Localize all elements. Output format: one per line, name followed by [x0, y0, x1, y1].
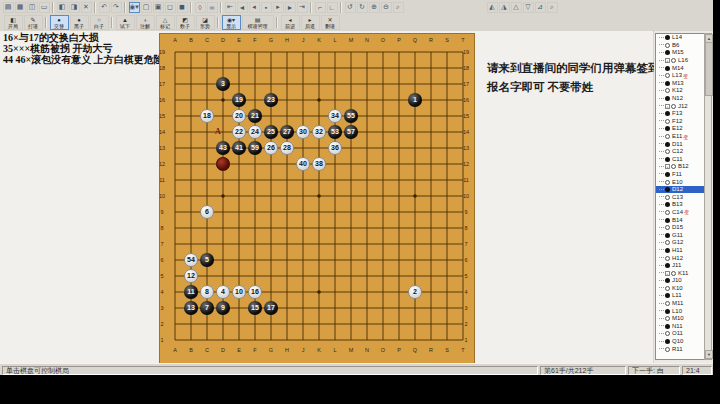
- stone-F14[interactable]: 24: [248, 125, 261, 138]
- find-icon[interactable]: ⌕: [393, 2, 404, 13]
- go-software-window: ▤▦◫▭◧◨✕↶↷◉▾▢▣◻◼◊∞⇤◄◂▪▸►⇥⌐∟↺↻⊕⊖⌕◭◮△▽⊿⌕ ◧开…: [0, 0, 713, 375]
- tool-b-icon[interactable]: ◮: [499, 2, 510, 13]
- coord-top: A: [170, 37, 180, 44]
- tree-row-F11[interactable]: F11: [656, 171, 705, 179]
- coord-bottom: C: [202, 347, 212, 354]
- paste-icon[interactable]: ◨: [69, 2, 80, 13]
- tree-move-label: J12: [678, 103, 688, 110]
- white-stone-icon: [665, 316, 670, 321]
- tree-move-label: C11: [672, 156, 683, 163]
- tree-row-E10[interactable]: E10: [656, 178, 705, 186]
- tree-line: [659, 333, 664, 335]
- corner-a-icon[interactable]: ⌐: [315, 2, 326, 13]
- tree-move-label: G11: [672, 232, 683, 239]
- stone-E16[interactable]: 19: [232, 93, 245, 106]
- move-tree-panel: L14B6M15+L16M14L13变M13K12N12+J12F13F12E1…: [654, 31, 713, 363]
- kifu-manager-button[interactable]: ▤棋谱管理: [242, 15, 274, 30]
- coord-bottom: M: [346, 347, 356, 354]
- display-button[interactable]: ◉▾显示: [222, 15, 241, 30]
- tree-line: [659, 310, 664, 312]
- board-label-A: A: [215, 127, 221, 136]
- move-tree-list[interactable]: L14B6M15+L16M14L13变M13K12N12+J12F13F12E1…: [655, 33, 706, 360]
- coord-right: 8: [461, 225, 471, 232]
- stone-E14[interactable]: 22: [232, 125, 245, 138]
- coord-top: Q: [410, 37, 420, 44]
- coord-right: 6: [461, 257, 471, 264]
- tree-line: [659, 105, 664, 107]
- tree-line: [659, 136, 664, 138]
- coord-left: 5: [157, 273, 167, 280]
- letterbox-bottom: [0, 375, 720, 404]
- coord-top: O: [378, 37, 388, 44]
- tree-row-F12[interactable]: F12: [656, 118, 705, 126]
- forward-icon[interactable]: ▸: [273, 2, 284, 13]
- coord-right: 5: [461, 273, 471, 280]
- tree-row-M10[interactable]: M10: [656, 315, 705, 323]
- tree-row-M14[interactable]: M14: [656, 64, 705, 72]
- tree-row-D12[interactable]: D12: [656, 186, 705, 194]
- tree-row-M13[interactable]: M13: [656, 80, 705, 88]
- tree-move-label: C14: [672, 209, 683, 216]
- tree-line: [659, 143, 664, 145]
- tree-row-D11[interactable]: D11: [656, 140, 705, 148]
- status-segment-1: 第61手/共212手: [540, 366, 626, 375]
- coord-top: M: [346, 37, 356, 44]
- tree-move-label: B13: [672, 201, 683, 208]
- status-segment-3: 21:4: [682, 366, 712, 375]
- stone-E4[interactable]: 10: [232, 285, 245, 298]
- tree-row-Q10[interactable]: Q10: [656, 338, 705, 346]
- stone-G13[interactable]: 26: [264, 141, 277, 154]
- tree-move-label: C13: [672, 194, 683, 201]
- stone-Q4[interactable]: 2: [408, 285, 421, 298]
- tool-d-icon[interactable]: ▽: [523, 2, 534, 13]
- tree-row-C11[interactable]: C11: [656, 156, 705, 164]
- black-stone-icon: [665, 172, 670, 177]
- stone-L13[interactable]: 36: [328, 141, 341, 154]
- tree-row-K10[interactable]: K10: [656, 285, 705, 293]
- lock-icon[interactable]: ◊: [195, 2, 206, 13]
- tree-move-label: H11: [672, 247, 683, 254]
- toolbar-small: ▤▦◫▭◧◨✕↶↷◉▾▢▣◻◼◊∞⇤◄◂▪▸►⇥⌐∟↺↻⊕⊖⌕◭◮△▽⊿⌕: [0, 0, 715, 15]
- coord-left: 10: [157, 193, 167, 200]
- tree-row-L10[interactable]: L10: [656, 307, 705, 315]
- try-move-button[interactable]: ▲试下: [116, 15, 135, 30]
- tree-row-J10[interactable]: J10: [656, 277, 705, 285]
- coord-top: P: [394, 37, 404, 44]
- rotate-right-icon[interactable]: ↻: [357, 2, 368, 13]
- box-c-icon[interactable]: ◻: [165, 2, 176, 13]
- stone-E15[interactable]: 20: [232, 109, 245, 122]
- white-stone-icon: [665, 88, 670, 93]
- tree-line: [659, 151, 664, 153]
- stone-B6[interactable]: 54: [184, 253, 197, 266]
- coord-left: 17: [157, 81, 167, 88]
- coord-bottom: N: [362, 347, 372, 354]
- tree-move-label: L10: [672, 308, 682, 315]
- tree-row-K11[interactable]: +K11: [656, 269, 705, 277]
- tree-line: [659, 37, 664, 39]
- tree-line: [659, 318, 664, 320]
- tree-row-C13[interactable]: C13: [656, 193, 705, 201]
- button-label: 标记: [160, 23, 170, 29]
- button-label: 数子: [180, 23, 190, 29]
- tree-row-R11[interactable]: R11: [656, 345, 705, 353]
- link-icon[interactable]: ∞: [207, 2, 218, 13]
- stone-D12[interactable]: [216, 157, 229, 170]
- coord-bottom: A: [170, 347, 180, 354]
- white-stone-icon: [665, 347, 670, 352]
- tree-line: [659, 265, 664, 267]
- tree-line: [659, 166, 664, 168]
- tree-row-J12[interactable]: +J12: [656, 102, 705, 110]
- coord-bottom: J: [298, 347, 308, 354]
- tree-line: [659, 249, 664, 251]
- tree-line: [659, 242, 664, 244]
- coord-top: R: [426, 37, 436, 44]
- coord-bottom: Q: [410, 347, 420, 354]
- tool-c-icon[interactable]: △: [511, 2, 522, 13]
- tree-scrollbar[interactable]: ▲ ▼: [704, 33, 712, 360]
- coord-right: 9: [461, 209, 471, 216]
- alternate-button[interactable]: ●交替: [50, 15, 69, 30]
- tree-row-G11[interactable]: G11: [656, 231, 705, 239]
- stone-L15[interactable]: 34: [328, 109, 341, 122]
- mark-button[interactable]: △标记: [156, 15, 175, 30]
- print-icon[interactable]: ▭: [39, 2, 50, 13]
- tree-row-B12[interactable]: +B12: [656, 163, 705, 171]
- zoom-out-icon[interactable]: ⊖: [381, 2, 392, 13]
- black-stone-icon: [665, 81, 670, 86]
- tree-row-L14[interactable]: L14: [656, 34, 705, 42]
- toolbar-separator: [217, 17, 219, 28]
- coord-right: 15: [461, 113, 471, 120]
- scroll-thumb[interactable]: [705, 42, 713, 96]
- box-a-icon[interactable]: ▢: [141, 2, 152, 13]
- tree-row-L16[interactable]: +L16: [656, 57, 705, 65]
- delete-kifu-button[interactable]: ✕删谱: [321, 15, 340, 30]
- coord-left: 19: [157, 49, 167, 56]
- forward10-icon[interactable]: ►: [285, 2, 296, 13]
- tree-line: [659, 234, 664, 236]
- white-stone-icon: [665, 301, 670, 306]
- copy-icon[interactable]: ◧: [57, 2, 68, 13]
- go-board[interactable]: AABBCCDDEEFFGGHHJJKKLLMMNNOOPPQQRRSSTT19…: [160, 34, 474, 364]
- tree-row-H11[interactable]: H11: [656, 247, 705, 255]
- coord-left: 13: [157, 145, 167, 152]
- button-label: 白子: [94, 23, 104, 29]
- open-icon[interactable]: ▦: [15, 2, 26, 13]
- coord-right: 1: [461, 337, 471, 344]
- tree-line: [659, 280, 664, 282]
- coord-bottom: F: [250, 347, 260, 354]
- tree-line: [659, 295, 664, 297]
- stop-icon[interactable]: ▪: [261, 2, 272, 13]
- tree-line: [659, 325, 664, 327]
- tree-line: [659, 67, 664, 69]
- button-label: 开局: [8, 23, 18, 29]
- first-move-icon[interactable]: ⇤: [225, 2, 236, 13]
- coord-right: 2: [461, 321, 471, 328]
- toolbar-separator: [52, 2, 54, 13]
- tree-move-label: M10: [672, 315, 684, 322]
- stone-F13[interactable]: 59: [248, 141, 261, 154]
- step-back-button[interactable]: ▸后退: [301, 15, 320, 30]
- tree-line: [659, 348, 664, 350]
- tree-line: [659, 287, 664, 289]
- stone-D17[interactable]: 3: [216, 77, 229, 90]
- coord-right: 11: [461, 177, 471, 184]
- coord-right: 4: [461, 289, 471, 296]
- comment-button[interactable]: ＋注解: [136, 15, 155, 30]
- stone-B5[interactable]: 12: [184, 269, 197, 282]
- tree-line: [659, 196, 664, 198]
- stone-C3[interactable]: 7: [200, 301, 213, 314]
- tree-row-B14[interactable]: B14: [656, 216, 705, 224]
- button-label: 后退: [305, 23, 315, 29]
- coord-bottom: H: [282, 347, 292, 354]
- coord-left: 15: [157, 113, 167, 120]
- stone-L14[interactable]: 53: [328, 125, 341, 138]
- coord-left: 14: [157, 129, 167, 136]
- new-icon[interactable]: ▤: [3, 2, 14, 13]
- white-stone-button[interactable]: ○白子: [90, 15, 109, 30]
- coord-right: 13: [461, 145, 471, 152]
- button-label: 注解: [140, 23, 150, 29]
- tool-f-icon[interactable]: ⌕: [547, 2, 558, 13]
- coord-left: 9: [157, 209, 167, 216]
- tool-e-icon[interactable]: ⊿: [535, 2, 546, 13]
- toolbar-separator: [190, 2, 192, 13]
- stone-F4[interactable]: 16: [248, 285, 261, 298]
- stone-H13[interactable]: 28: [280, 141, 293, 154]
- rotate-left-icon[interactable]: ↺: [345, 2, 356, 13]
- tree-row-D15[interactable]: D15: [656, 224, 705, 232]
- tree-move-label: B14: [672, 217, 683, 224]
- redo-icon[interactable]: ↷: [111, 2, 122, 13]
- tree-line: [659, 204, 664, 206]
- tree-line: [659, 227, 664, 229]
- tree-line: [659, 120, 664, 122]
- tree-line: [659, 44, 664, 46]
- black-stone-icon: [665, 126, 670, 131]
- stone-E13[interactable]: 41: [232, 141, 245, 154]
- stone-B3[interactable]: 13: [184, 301, 197, 314]
- tree-row-N11[interactable]: N11: [656, 323, 705, 331]
- coord-left: 11: [157, 177, 167, 184]
- black-stone-icon: [665, 202, 670, 207]
- tree-move-label: F12: [672, 118, 682, 125]
- stone-D4[interactable]: 4: [216, 285, 229, 298]
- tree-move-label: E11: [672, 133, 682, 140]
- box-d-icon[interactable]: ◼: [177, 2, 188, 13]
- tree-row-J11[interactable]: J11: [656, 262, 705, 270]
- stone-D13[interactable]: 43: [216, 141, 229, 154]
- annotation-line-1: 16×与17的交换白大损: [3, 32, 175, 43]
- coord-top: B: [186, 37, 196, 44]
- black-stone-icon: [665, 50, 670, 55]
- tree-row-O11[interactable]: O11: [656, 330, 705, 338]
- coord-top: F: [250, 37, 260, 44]
- estimate-button[interactable]: ◪形势: [196, 15, 215, 30]
- coord-right: 19: [461, 49, 471, 56]
- tree-move-label: B6: [672, 42, 679, 49]
- white-stone-icon: [671, 58, 676, 63]
- stone-G3[interactable]: 17: [264, 301, 277, 314]
- tree-move-label: F11: [672, 171, 682, 178]
- coord-left: 6: [157, 257, 167, 264]
- tree-row-F13[interactable]: F13: [656, 110, 705, 118]
- coord-top: S: [442, 37, 452, 44]
- tool-a-icon[interactable]: ◭: [487, 2, 498, 13]
- coord-right: 18: [461, 65, 471, 72]
- tree-move-label: L14: [672, 34, 682, 41]
- stone-Q16[interactable]: 1: [408, 93, 421, 106]
- tree-row-L11[interactable]: L11: [656, 292, 705, 300]
- save-icon[interactable]: ◫: [27, 2, 38, 13]
- back10-icon[interactable]: ◄: [237, 2, 248, 13]
- tree-expand-icon[interactable]: +: [665, 271, 670, 276]
- tree-row-C14[interactable]: C14变: [656, 209, 705, 217]
- tree-expand-icon[interactable]: +: [665, 164, 670, 169]
- corner-b-icon[interactable]: ∟: [327, 2, 338, 13]
- annotation-line-3: 44 46×滚包没有意义 上方白棋更危险: [3, 54, 175, 65]
- tree-row-M15[interactable]: M15: [656, 49, 705, 57]
- tree-move-label: L13: [672, 72, 682, 79]
- tree-move-label: D11: [672, 141, 683, 148]
- count-button[interactable]: ◩数子: [176, 15, 195, 30]
- tree-row-G12[interactable]: G12: [656, 239, 705, 247]
- toolbar-separator: [340, 2, 342, 13]
- tree-line: [659, 75, 664, 77]
- box-b-icon[interactable]: ▣: [153, 2, 164, 13]
- black-stone-icon: [665, 96, 670, 101]
- scroll-down-icon[interactable]: ▼: [705, 350, 713, 359]
- coord-left: 1: [157, 337, 167, 344]
- button-label: 交替: [54, 23, 64, 29]
- coord-bottom: S: [442, 347, 452, 354]
- back-icon[interactable]: ◂: [249, 2, 260, 13]
- status-left-text: 单击棋盘可控制棋局: [2, 366, 538, 375]
- tree-move-label: Q10: [672, 338, 683, 345]
- tree-row-L13[interactable]: L13变: [656, 72, 705, 80]
- stone-H14[interactable]: 27: [280, 125, 293, 138]
- tree-row-E11[interactable]: E11变: [656, 133, 705, 141]
- white-stone-icon: [665, 43, 670, 48]
- coord-top: J: [298, 37, 308, 44]
- tree-note: 变: [683, 134, 688, 140]
- black-stone-icon: [665, 309, 670, 314]
- stone-B4[interactable]: 11: [184, 285, 197, 298]
- undo-icon[interactable]: ↶: [99, 2, 110, 13]
- white-stone-icon: [665, 225, 670, 230]
- last-move-icon[interactable]: ⇥: [297, 2, 308, 13]
- white-stone-icon: [665, 210, 670, 215]
- tree-line: [659, 173, 664, 175]
- tree-line: [659, 219, 664, 221]
- stone-G16[interactable]: 23: [264, 93, 277, 106]
- black-stone-button[interactable]: ●黑子: [70, 15, 89, 30]
- tree-expand-icon[interactable]: +: [665, 104, 670, 109]
- tree-row-K12[interactable]: K12: [656, 87, 705, 95]
- stone-K12[interactable]: 38: [312, 157, 325, 170]
- black-stone-icon: [665, 339, 670, 344]
- step-forward-button[interactable]: ◂前进: [281, 15, 300, 30]
- stone-C15[interactable]: 18: [200, 109, 213, 122]
- coord-left: 18: [157, 65, 167, 72]
- tree-expand-icon[interactable]: +: [665, 58, 670, 63]
- stone-mode-icon[interactable]: ◉▾: [129, 2, 140, 13]
- button-label: 打谱: [28, 23, 38, 29]
- tree-row-N12[interactable]: N12: [656, 95, 705, 103]
- tree-line: [659, 189, 664, 191]
- coord-right: 14: [461, 129, 471, 136]
- coord-right: 10: [461, 193, 471, 200]
- record-button[interactable]: ✎打谱: [24, 15, 43, 30]
- stone-M14[interactable]: 57: [344, 125, 357, 138]
- white-stone-icon: [665, 331, 670, 336]
- delete-icon[interactable]: ✕: [81, 2, 92, 13]
- white-stone-icon: [665, 119, 670, 124]
- coord-top: N: [362, 37, 372, 44]
- stone-F15[interactable]: 21: [248, 109, 261, 122]
- tree-line: [659, 82, 664, 84]
- tree-move-label: K12: [672, 87, 683, 94]
- coord-bottom: G: [266, 347, 276, 354]
- coord-right: 7: [461, 241, 471, 248]
- coord-right: 17: [461, 81, 471, 88]
- stone-C4[interactable]: 8: [200, 285, 213, 298]
- tree-move-label: M11: [672, 300, 683, 307]
- open-game-button[interactable]: ◧开局: [4, 15, 23, 30]
- tree-line: [659, 98, 664, 100]
- stone-K14[interactable]: 32: [312, 125, 325, 138]
- tree-move-label: K10: [672, 285, 683, 292]
- black-stone-icon: [665, 263, 670, 268]
- button-label: 试下: [120, 23, 130, 29]
- coord-top: C: [202, 37, 212, 44]
- stone-D3[interactable]: 9: [216, 301, 229, 314]
- tree-row-H12[interactable]: H12: [656, 254, 705, 262]
- tree-move-label: M14: [672, 65, 684, 72]
- tree-move-label: E10: [672, 179, 683, 186]
- tree-note: 变: [684, 209, 689, 215]
- white-stone-icon: [665, 286, 670, 291]
- coord-bottom: B: [186, 347, 196, 354]
- stone-F3[interactable]: 15: [248, 301, 261, 314]
- tree-row-E12[interactable]: E12: [656, 125, 705, 133]
- coord-top: T: [458, 37, 468, 44]
- coord-top: K: [314, 37, 324, 44]
- tree-move-label: R11: [672, 346, 683, 353]
- stone-M15[interactable]: 55: [344, 109, 357, 122]
- tree-row-B6[interactable]: B6: [656, 42, 705, 50]
- tree-row-B13[interactable]: B13: [656, 201, 705, 209]
- stone-C6[interactable]: 5: [200, 253, 213, 266]
- stone-J14[interactable]: 30: [296, 125, 309, 138]
- toolbar-separator: [220, 2, 222, 13]
- black-stone-icon: [665, 293, 670, 298]
- tree-move-label: J11: [672, 262, 681, 269]
- stone-J12[interactable]: 40: [296, 157, 309, 170]
- tree-row-C12[interactable]: C12: [656, 148, 705, 156]
- zoom-in-icon[interactable]: ⊕: [369, 2, 380, 13]
- coord-right: 3: [461, 305, 471, 312]
- stone-C9[interactable]: 6: [200, 205, 213, 218]
- tree-row-M11[interactable]: M11: [656, 300, 705, 308]
- tree-line: [659, 113, 664, 115]
- stone-G14[interactable]: 25: [264, 125, 277, 138]
